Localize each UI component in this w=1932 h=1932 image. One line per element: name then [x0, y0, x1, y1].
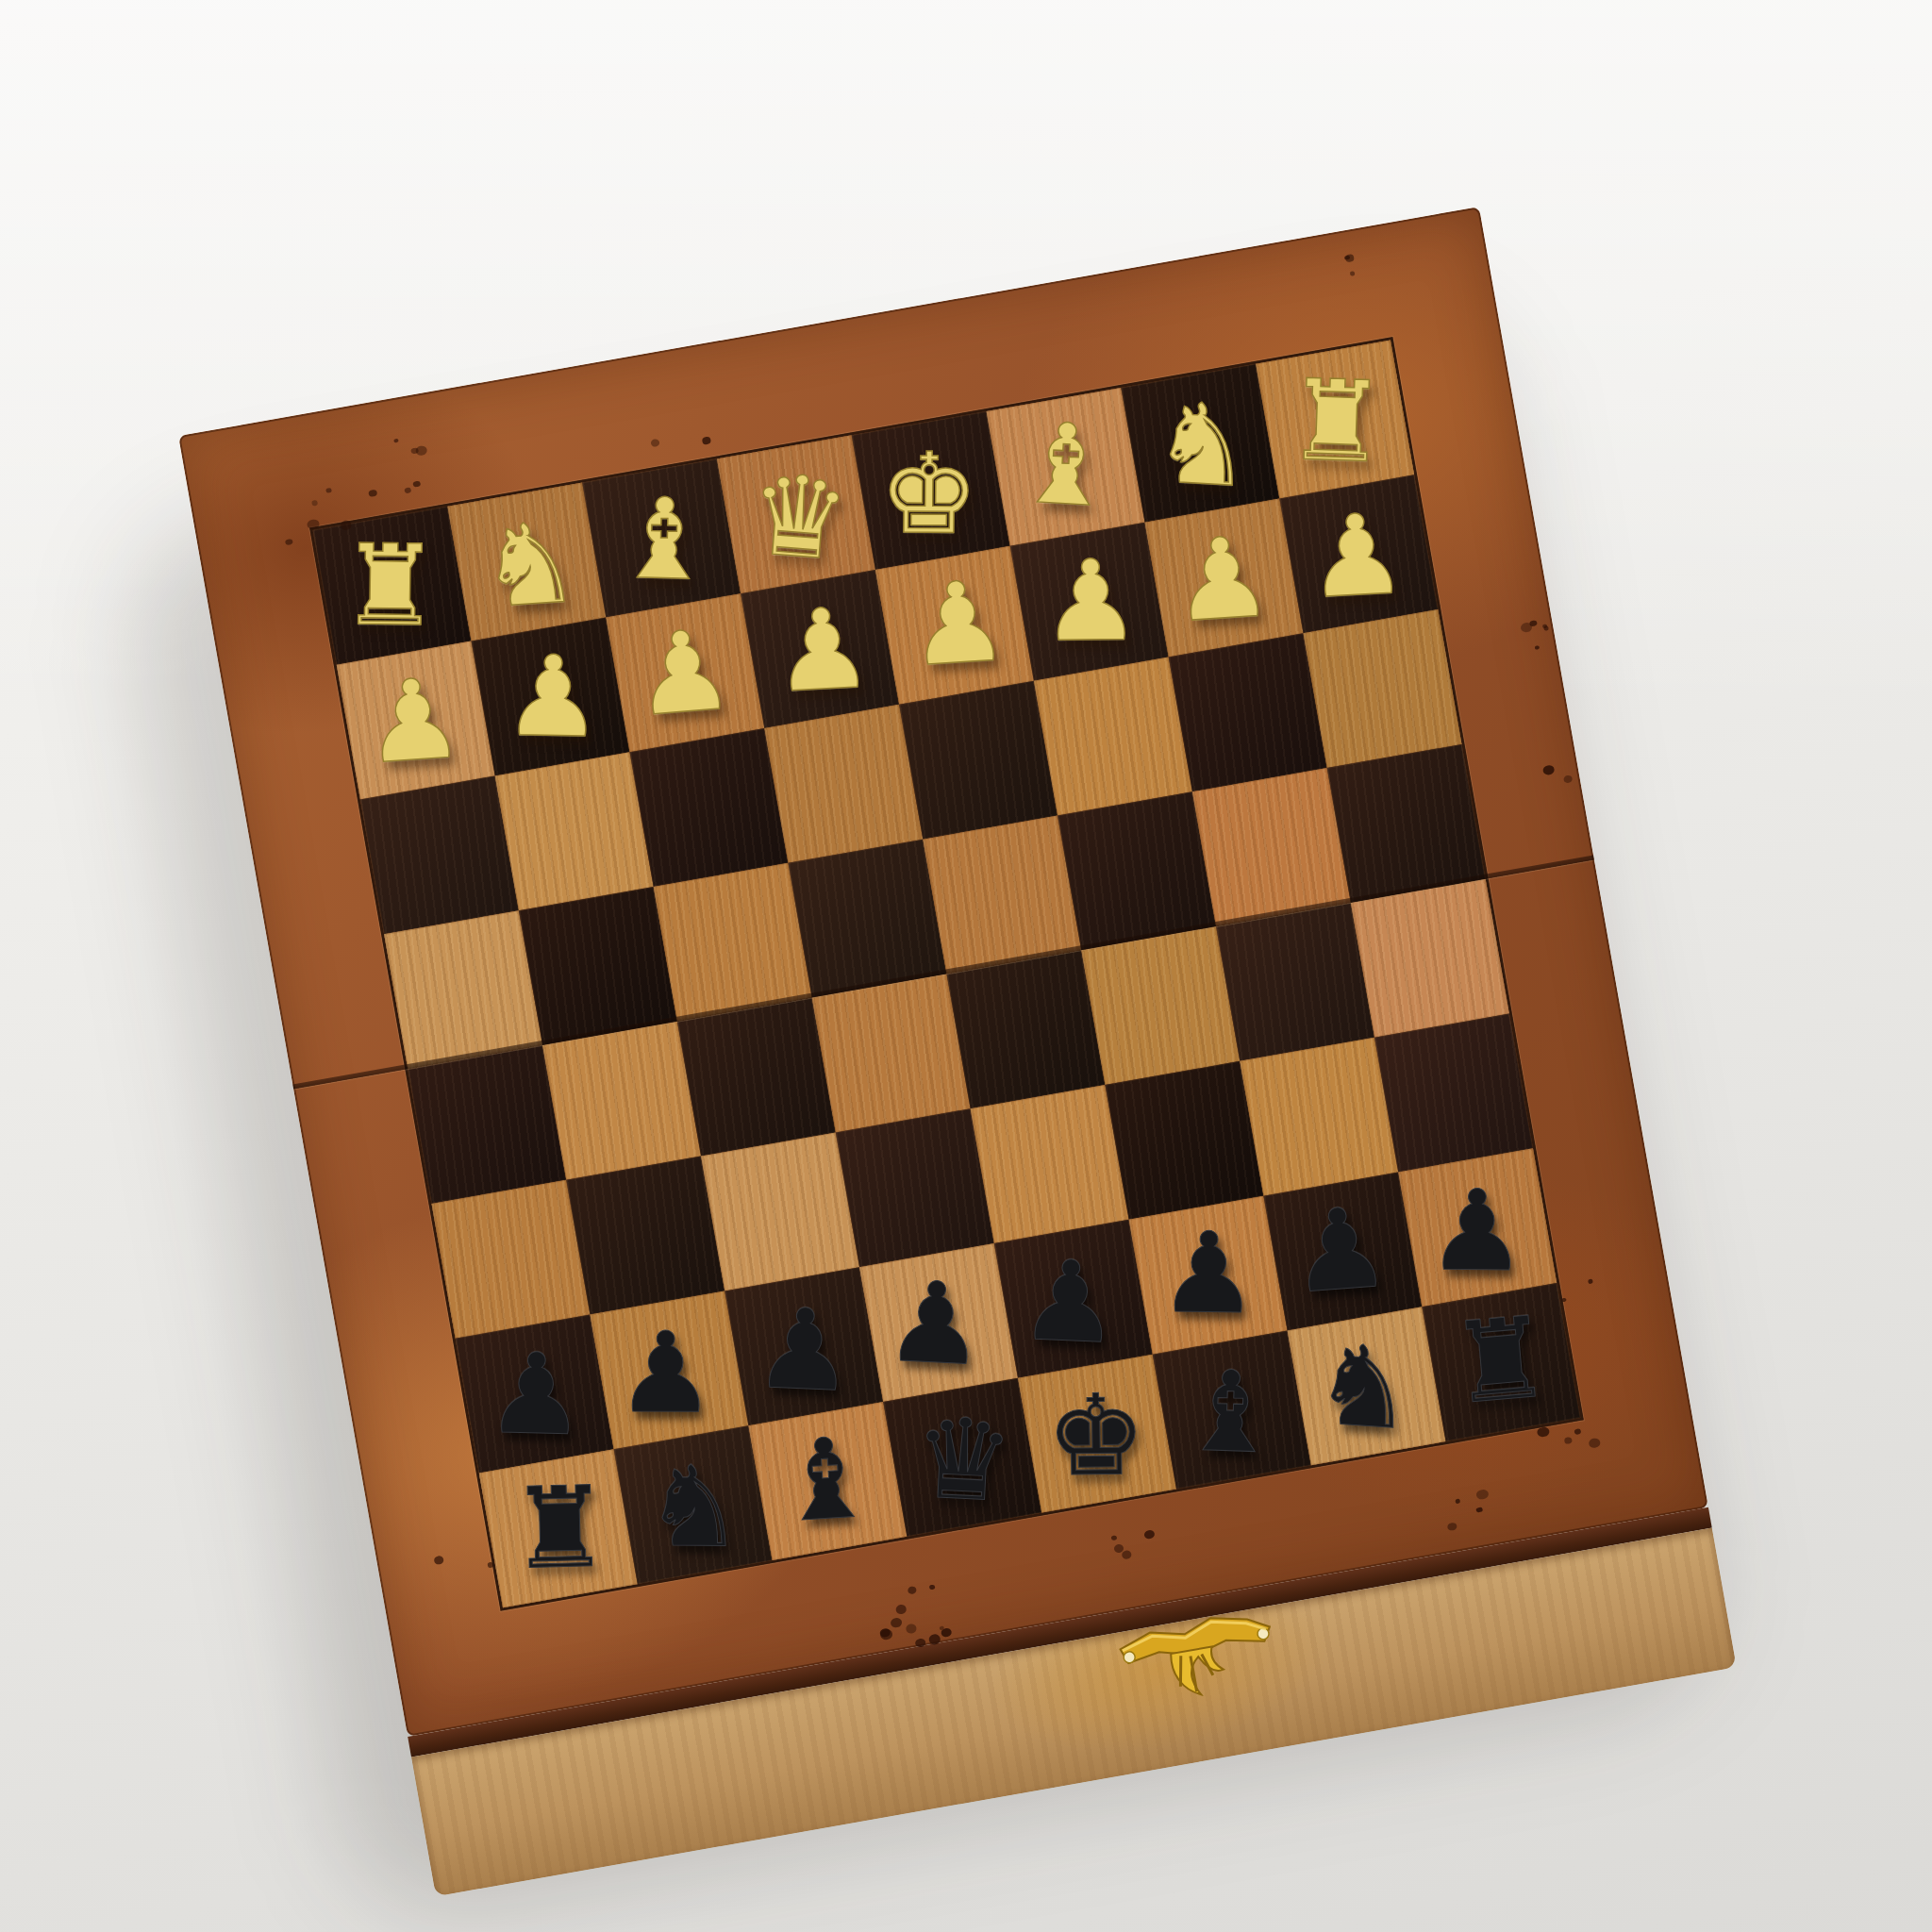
- square-c2[interactable]: ♟: [606, 593, 764, 752]
- square-d6[interactable]: [836, 1108, 994, 1267]
- burl-speckle: [1143, 1529, 1155, 1540]
- square-inlay-edge: [677, 998, 836, 1157]
- square-h8[interactable]: ♜: [1422, 1283, 1580, 1441]
- square-b1[interactable]: ♞: [447, 483, 606, 641]
- burl-speckle: [702, 437, 711, 445]
- square-d3[interactable]: [764, 705, 923, 863]
- black-knight[interactable]: ♞: [1291, 1313, 1437, 1458]
- square-g3[interactable]: [1169, 633, 1327, 791]
- square-a6[interactable]: [431, 1180, 590, 1339]
- square-g8[interactable]: ♞: [1288, 1307, 1446, 1465]
- square-f5[interactable]: [1081, 926, 1240, 1085]
- square-inlay-edge: [495, 752, 654, 910]
- square-inlay-edge: [1081, 926, 1240, 1085]
- square-b7[interactable]: ♟: [590, 1291, 748, 1449]
- burl-speckle: [1345, 254, 1355, 262]
- burl-speckle: [1476, 1507, 1483, 1513]
- square-inlay-edge: [812, 974, 971, 1132]
- square-c7[interactable]: ♟: [724, 1267, 883, 1425]
- burl-speckle: [941, 1627, 952, 1637]
- square-h6[interactable]: [1374, 1014, 1533, 1173]
- black-rook[interactable]: ♜: [1426, 1286, 1574, 1434]
- square-inlay-edge: [1169, 633, 1327, 791]
- black-bishop[interactable]: ♝: [1159, 1341, 1301, 1482]
- square-a3[interactable]: [360, 775, 519, 934]
- white-pawn[interactable]: ♟: [341, 647, 487, 793]
- burl-speckle: [311, 500, 318, 506]
- burl-speckle: [929, 1584, 936, 1590]
- square-inlay-edge: [1374, 1014, 1533, 1173]
- burl-speckle: [890, 1617, 903, 1629]
- square-h2[interactable]: ♟: [1279, 475, 1438, 633]
- square-inlay-edge: [1240, 1038, 1398, 1196]
- burl-speckle: [907, 1586, 916, 1594]
- white-knight[interactable]: ♞: [1130, 372, 1274, 516]
- white-bishop[interactable]: ♝: [594, 469, 735, 609]
- burl-speckle: [1447, 1522, 1457, 1531]
- square-b2[interactable]: ♟: [472, 617, 630, 775]
- square-inlay-edge: [1304, 609, 1462, 768]
- square-c1[interactable]: ♝: [582, 458, 741, 617]
- burl-speckle: [1475, 1489, 1489, 1500]
- square-e8[interactable]: ♚: [1018, 1355, 1176, 1513]
- square-inlay-edge: [701, 1132, 859, 1291]
- square-f7[interactable]: ♟: [1129, 1196, 1288, 1355]
- square-g1[interactable]: ♞: [1121, 364, 1279, 523]
- burl-speckle: [905, 1624, 916, 1634]
- black-pawn[interactable]: ♟: [733, 1278, 875, 1421]
- white-king[interactable]: ♚: [860, 425, 998, 562]
- square-d2[interactable]: ♟: [741, 570, 899, 728]
- white-pawn[interactable]: ♟: [1149, 506, 1294, 651]
- burl-speckle: [1121, 1550, 1131, 1559]
- square-d7[interactable]: ♟: [859, 1243, 1018, 1402]
- square-a8[interactable]: ♜: [479, 1449, 638, 1607]
- square-c5[interactable]: [677, 998, 836, 1157]
- burl-speckle: [285, 538, 293, 545]
- black-pawn[interactable]: ♟: [1140, 1203, 1278, 1341]
- square-e1[interactable]: ♚: [852, 411, 1010, 570]
- chess-box: ♜♞♝♛♚♝♞♜♟♟♟♟♟♟♟♟♟♟♟♟♟♟♟♟♜♞♝♛♚♝♞♜: [178, 207, 1737, 1896]
- square-inlay-edge: [836, 1108, 994, 1267]
- square-c6[interactable]: [701, 1132, 859, 1291]
- square-f1[interactable]: ♝: [987, 388, 1145, 546]
- square-f3[interactable]: [1034, 657, 1192, 815]
- black-pawn[interactable]: ♟: [998, 1230, 1141, 1373]
- white-queen[interactable]: ♛: [725, 443, 873, 591]
- square-inlay-edge: [971, 1085, 1129, 1243]
- square-f8[interactable]: ♝: [1153, 1330, 1311, 1489]
- square-b3[interactable]: [495, 752, 654, 910]
- square-d5[interactable]: [812, 974, 971, 1132]
- square-b8[interactable]: ♞: [614, 1425, 773, 1584]
- square-inlay-edge: [360, 775, 519, 934]
- square-d1[interactable]: ♛: [717, 435, 875, 593]
- square-h7[interactable]: ♟: [1398, 1148, 1557, 1307]
- square-d8[interactable]: ♛: [883, 1378, 1041, 1537]
- burl-speckle: [1589, 1438, 1601, 1448]
- burl-speckle: [1529, 620, 1537, 627]
- square-inlay-edge: [408, 1045, 566, 1204]
- square-h3[interactable]: [1304, 609, 1462, 768]
- square-inlay-edge: [542, 1022, 701, 1180]
- burl-speckle: [1349, 271, 1355, 276]
- burl-speckle: [1455, 1499, 1460, 1504]
- white-pawn[interactable]: ♟: [751, 577, 895, 722]
- square-inlay-edge: [431, 1180, 590, 1339]
- square-inlay-edge: [1351, 879, 1509, 1038]
- white-pawn[interactable]: ♟: [1022, 531, 1160, 670]
- square-inlay-edge: [946, 950, 1105, 1108]
- white-pawn[interactable]: ♟: [609, 598, 758, 746]
- burl-speckle: [1535, 645, 1541, 650]
- burl-speckle: [1110, 1535, 1117, 1541]
- black-king[interactable]: ♚: [1026, 1366, 1165, 1505]
- burl-speckle: [651, 439, 660, 447]
- white-rook[interactable]: ♜: [1266, 350, 1407, 491]
- square-c3[interactable]: [630, 728, 789, 887]
- burl-speckle: [1563, 774, 1574, 784]
- square-inlay-edge: [899, 681, 1058, 840]
- burl-speckle: [895, 1604, 908, 1615]
- square-a7[interactable]: ♟: [456, 1315, 614, 1474]
- square-b5[interactable]: [542, 1022, 701, 1180]
- white-pawn[interactable]: ♟: [886, 550, 1031, 695]
- white-rook[interactable]: ♜: [321, 516, 459, 655]
- square-inlay-edge: [630, 728, 789, 887]
- black-bishop[interactable]: ♝: [753, 1407, 898, 1552]
- square-g2[interactable]: ♟: [1145, 499, 1304, 658]
- black-pawn[interactable]: ♟: [1407, 1161, 1546, 1300]
- square-e5[interactable]: [946, 950, 1105, 1108]
- square-f2[interactable]: ♟: [1010, 523, 1169, 681]
- square-h5[interactable]: [1351, 879, 1509, 1038]
- burl-speckle: [1588, 1279, 1593, 1284]
- burl-speckle: [368, 490, 377, 498]
- square-g5[interactable]: [1216, 903, 1374, 1061]
- black-rook[interactable]: ♜: [490, 1457, 629, 1597]
- square-inlay-edge: [764, 705, 923, 863]
- black-pawn[interactable]: ♟: [597, 1304, 734, 1441]
- burl-speckle: [404, 487, 411, 494]
- black-pawn[interactable]: ♟: [863, 1251, 1007, 1394]
- burl-speckle: [1542, 765, 1555, 776]
- square-g6[interactable]: [1240, 1038, 1398, 1196]
- square-e3[interactable]: [899, 681, 1058, 840]
- square-b6[interactable]: [566, 1157, 724, 1315]
- white-bishop[interactable]: ♝: [993, 392, 1138, 537]
- square-e7[interactable]: ♟: [994, 1220, 1153, 1378]
- white-knight[interactable]: ♞: [457, 491, 602, 637]
- square-e2[interactable]: ♟: [875, 546, 1034, 705]
- square-e6[interactable]: [971, 1085, 1129, 1243]
- square-f6[interactable]: [1105, 1061, 1263, 1220]
- burl-speckle: [433, 1556, 444, 1565]
- square-a1[interactable]: ♜: [313, 507, 472, 665]
- square-c8[interactable]: ♝: [748, 1402, 907, 1560]
- black-pawn[interactable]: ♟: [1267, 1176, 1413, 1323]
- burl-speckle: [394, 439, 399, 443]
- square-a5[interactable]: [408, 1045, 566, 1204]
- square-a2[interactable]: ♟: [337, 641, 495, 800]
- square-inlay-edge: [1034, 657, 1192, 815]
- white-pawn[interactable]: ♟: [1285, 484, 1428, 627]
- burl-speckle: [1537, 1426, 1550, 1438]
- square-g7[interactable]: ♟: [1263, 1172, 1422, 1330]
- square-inlay-edge: [1216, 903, 1374, 1061]
- burl-speckle: [413, 480, 421, 487]
- black-pawn[interactable]: ♟: [466, 1324, 607, 1464]
- box-top-burl-frame: ♜♞♝♛♚♝♞♜♟♟♟♟♟♟♟♟♟♟♟♟♟♟♟♟♜♞♝♛♚♝♞♜: [178, 207, 1708, 1737]
- burl-speckle: [1574, 1428, 1581, 1436]
- burl-speckle: [1564, 1437, 1573, 1444]
- black-queen[interactable]: ♛: [891, 1388, 1035, 1531]
- square-inlay-edge: [566, 1157, 724, 1315]
- burl-speckle: [325, 488, 331, 493]
- square-inlay-edge: [1105, 1061, 1263, 1220]
- black-knight[interactable]: ♞: [625, 1437, 763, 1574]
- square-h1[interactable]: ♜: [1256, 341, 1414, 499]
- white-pawn[interactable]: ♟: [483, 626, 622, 765]
